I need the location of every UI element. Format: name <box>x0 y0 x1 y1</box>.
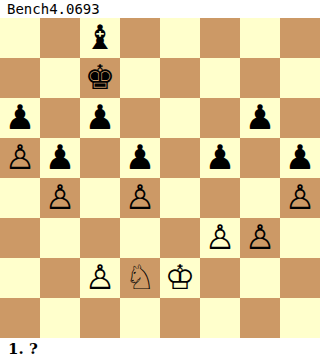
square-b1[interactable] <box>40 298 80 338</box>
square-c1[interactable] <box>80 298 120 338</box>
square-c2[interactable]: ♙ <box>80 258 120 298</box>
square-b7[interactable] <box>40 58 80 98</box>
square-d5[interactable]: ♟ <box>120 138 160 178</box>
square-f8[interactable] <box>200 18 240 58</box>
square-a1[interactable] <box>0 298 40 338</box>
square-b2[interactable] <box>40 258 80 298</box>
square-g6[interactable]: ♟ <box>240 98 280 138</box>
square-h5[interactable]: ♟ <box>280 138 320 178</box>
white-pawn-d4[interactable]: ♙ <box>125 177 155 217</box>
chess-board: ♝♚♟♟♟♙♟♟♟♟♙♙♙♙♙♙♘♔ <box>0 18 320 338</box>
square-e8[interactable] <box>160 18 200 58</box>
square-d3[interactable] <box>120 218 160 258</box>
move-prompt: 1. ? <box>0 338 38 360</box>
status-bar: 1. ? <box>0 338 320 360</box>
square-g2[interactable] <box>240 258 280 298</box>
square-d6[interactable] <box>120 98 160 138</box>
square-b8[interactable] <box>40 18 80 58</box>
black-pawn-d5[interactable]: ♟ <box>125 137 155 177</box>
position-title: Bench4.0693 <box>0 0 100 18</box>
chess-diagram-window: Bench4.0693 ♝♚♟♟♟♙♟♟♟♟♙♙♙♙♙♙♘♔ 1. ? <box>0 0 320 360</box>
square-a6[interactable]: ♟ <box>0 98 40 138</box>
square-b3[interactable] <box>40 218 80 258</box>
square-g7[interactable] <box>240 58 280 98</box>
black-pawn-g6[interactable]: ♟ <box>245 97 275 137</box>
black-pawn-f5[interactable]: ♟ <box>205 137 235 177</box>
black-bishop-c8[interactable]: ♝ <box>85 17 115 57</box>
white-pawn-h4[interactable]: ♙ <box>285 177 315 217</box>
white-pawn-c2[interactable]: ♙ <box>85 257 115 297</box>
black-pawn-c6[interactable]: ♟ <box>85 97 115 137</box>
square-e5[interactable] <box>160 138 200 178</box>
square-d1[interactable] <box>120 298 160 338</box>
square-h4[interactable]: ♙ <box>280 178 320 218</box>
square-g8[interactable] <box>240 18 280 58</box>
square-c5[interactable] <box>80 138 120 178</box>
square-c8[interactable]: ♝ <box>80 18 120 58</box>
square-f3[interactable]: ♙ <box>200 218 240 258</box>
square-f7[interactable] <box>200 58 240 98</box>
square-g5[interactable] <box>240 138 280 178</box>
square-g3[interactable]: ♙ <box>240 218 280 258</box>
square-e2[interactable]: ♔ <box>160 258 200 298</box>
square-h1[interactable] <box>280 298 320 338</box>
square-h3[interactable] <box>280 218 320 258</box>
white-pawn-g3[interactable]: ♙ <box>245 217 275 257</box>
white-knight-d2[interactable]: ♘ <box>125 257 155 297</box>
square-a7[interactable] <box>0 58 40 98</box>
square-b6[interactable] <box>40 98 80 138</box>
square-d4[interactable]: ♙ <box>120 178 160 218</box>
square-f2[interactable] <box>200 258 240 298</box>
square-b4[interactable]: ♙ <box>40 178 80 218</box>
square-d8[interactable] <box>120 18 160 58</box>
square-d2[interactable]: ♘ <box>120 258 160 298</box>
square-b5[interactable]: ♟ <box>40 138 80 178</box>
square-c4[interactable] <box>80 178 120 218</box>
square-g4[interactable] <box>240 178 280 218</box>
square-f6[interactable] <box>200 98 240 138</box>
square-a3[interactable] <box>0 218 40 258</box>
square-h8[interactable] <box>280 18 320 58</box>
square-h2[interactable] <box>280 258 320 298</box>
square-a2[interactable] <box>0 258 40 298</box>
square-e6[interactable] <box>160 98 200 138</box>
white-pawn-b4[interactable]: ♙ <box>45 177 75 217</box>
black-pawn-b5[interactable]: ♟ <box>45 137 75 177</box>
square-h7[interactable] <box>280 58 320 98</box>
square-e3[interactable] <box>160 218 200 258</box>
square-a4[interactable] <box>0 178 40 218</box>
square-f1[interactable] <box>200 298 240 338</box>
square-g1[interactable] <box>240 298 280 338</box>
square-e4[interactable] <box>160 178 200 218</box>
square-d7[interactable] <box>120 58 160 98</box>
black-pawn-a6[interactable]: ♟ <box>5 97 35 137</box>
square-a8[interactable] <box>0 18 40 58</box>
square-f4[interactable] <box>200 178 240 218</box>
white-pawn-f3[interactable]: ♙ <box>205 217 235 257</box>
white-king-e2[interactable]: ♔ <box>165 257 195 297</box>
title-bar: Bench4.0693 <box>0 0 320 18</box>
square-a5[interactable]: ♙ <box>0 138 40 178</box>
white-pawn-a5[interactable]: ♙ <box>5 137 35 177</box>
square-c7[interactable]: ♚ <box>80 58 120 98</box>
square-h6[interactable] <box>280 98 320 138</box>
square-c3[interactable] <box>80 218 120 258</box>
black-pawn-h5[interactable]: ♟ <box>285 137 315 177</box>
square-e1[interactable] <box>160 298 200 338</box>
square-e7[interactable] <box>160 58 200 98</box>
square-c6[interactable]: ♟ <box>80 98 120 138</box>
black-king-c7[interactable]: ♚ <box>85 57 115 97</box>
square-f5[interactable]: ♟ <box>200 138 240 178</box>
